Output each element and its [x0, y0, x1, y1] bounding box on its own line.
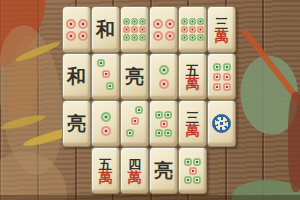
tile-he-r0c1[interactable]: 和: [91, 6, 120, 53]
green-dot: [155, 111, 163, 119]
tile-face: 三萬: [178, 100, 207, 147]
tile-5p-r3c4[interactable]: [178, 147, 207, 194]
dots-group: [101, 112, 111, 136]
dots-group: [184, 158, 201, 184]
tile-3p-r2c2[interactable]: [120, 100, 149, 147]
man-suit: 萬: [99, 170, 113, 184]
dot-row: [181, 18, 204, 25]
dot-row: [155, 111, 172, 119]
red-dot: [139, 26, 146, 33]
red-dot: [160, 120, 168, 128]
tile-face: [120, 100, 149, 147]
dots-group: [181, 18, 204, 41]
red-dot: [131, 26, 138, 33]
red-dot: [189, 26, 196, 33]
tile-6p-r1c5[interactable]: [207, 53, 236, 100]
green-dot: [193, 176, 201, 184]
dot-row: [123, 26, 146, 33]
tile-face: 三萬: [207, 6, 236, 53]
dot-row: [184, 158, 201, 166]
red-dot: [123, 26, 130, 33]
red-dot: [153, 19, 163, 29]
dots-group: [159, 65, 169, 89]
dots-group: [155, 111, 172, 137]
dot-row: [153, 31, 175, 41]
tile-liang-r2c0[interactable]: 亮: [62, 100, 91, 147]
tile-4p-r0c0[interactable]: [62, 6, 91, 53]
bottom-shadow-strip: [0, 195, 300, 200]
green-dot: [223, 63, 231, 71]
tile-face: [149, 6, 178, 53]
green-dot: [164, 129, 172, 137]
tile-character: 和: [96, 20, 115, 39]
dot-row: [101, 126, 111, 136]
red-dot: [197, 26, 204, 33]
tile-face: [91, 100, 120, 147]
dots-group: [123, 18, 146, 41]
diagonal-dots-group: [92, 54, 119, 99]
red-dot: [153, 31, 163, 41]
dot-row: [189, 167, 197, 175]
tile-2p-r1c3[interactable]: [149, 53, 178, 100]
tile-character: 亮: [154, 161, 173, 180]
man-tile-glyphs: 五萬: [99, 158, 113, 184]
dot-row: [123, 18, 146, 25]
tile-face: [91, 53, 120, 100]
tile-face: 和: [91, 6, 120, 53]
green-dot: [126, 129, 134, 137]
tile-9p-r0c4[interactable]: [178, 6, 207, 53]
green-dot: [193, 158, 201, 166]
dot-row: [66, 19, 88, 29]
tile-character: 和: [67, 67, 86, 86]
red-dot: [78, 19, 88, 29]
tile-4m-r3c2[interactable]: 四萬: [120, 147, 149, 194]
green-dot: [101, 112, 111, 122]
tile-character: 亮: [67, 114, 86, 133]
green-dot: [197, 34, 204, 41]
tile-face: [207, 53, 236, 100]
tile-liang-r3c3[interactable]: 亮: [149, 147, 178, 194]
red-dot: [213, 73, 221, 81]
tile-he-r1c0[interactable]: 和: [62, 53, 91, 100]
tile-3p-r1c1[interactable]: [91, 53, 120, 100]
tile-face: [62, 6, 91, 53]
green-dot: [97, 59, 105, 67]
red-dot: [102, 70, 110, 78]
tile-4p-r0c3[interactable]: [149, 6, 178, 53]
dots-group: [213, 63, 231, 91]
dot-row: [159, 79, 169, 89]
tile-face: [149, 100, 178, 147]
tile-3m-r0c5[interactable]: 三萬: [207, 6, 236, 53]
dot-row: [181, 26, 204, 33]
man-suit: 萬: [186, 76, 200, 90]
dots-group: [153, 19, 175, 41]
game-screen: 和三萬和亮五萬亮三萬五萬四萬亮: [0, 0, 300, 200]
green-dot: [123, 18, 130, 25]
green-dot: [159, 65, 169, 75]
tile-face: [178, 6, 207, 53]
man-suit: 萬: [186, 123, 200, 137]
tile-5m-r3c1[interactable]: 五萬: [91, 147, 120, 194]
man-suit: 萬: [128, 170, 142, 184]
red-dot: [101, 126, 111, 136]
green-dot: [123, 34, 130, 41]
green-dot: [139, 34, 146, 41]
tile-face: 和: [62, 53, 91, 100]
green-dot: [184, 176, 192, 184]
red-dot: [189, 167, 197, 175]
tile-9p-r0c2[interactable]: [120, 6, 149, 53]
tile-2p-r2c1[interactable]: [91, 100, 120, 147]
man-tile-glyphs: 五萬: [186, 64, 200, 90]
dot-row: [213, 83, 231, 91]
red-dot: [223, 73, 231, 81]
green-dot: [213, 63, 221, 71]
red-dot: [66, 19, 76, 29]
red-dot: [165, 31, 175, 41]
green-dot: [197, 18, 204, 25]
tile-face: 亮: [149, 147, 178, 194]
green-dot: [139, 18, 146, 25]
green-dot: [189, 18, 196, 25]
dot-row: [66, 31, 88, 41]
dot-row: [123, 34, 146, 41]
tile-face: [207, 100, 236, 147]
dot-row: [213, 63, 231, 71]
tile-face: [149, 53, 178, 100]
dot-row: [101, 112, 111, 122]
green-dot: [181, 34, 188, 41]
red-dot: [213, 83, 221, 91]
dots-group: [66, 19, 88, 41]
dot-row: [159, 65, 169, 75]
tile-character: 亮: [125, 67, 144, 86]
green-dot: [189, 34, 196, 41]
dot-row: [181, 34, 204, 41]
tile-face: [178, 147, 207, 194]
green-dot: [106, 82, 114, 90]
green-dot: [181, 18, 188, 25]
tile-liang-r1c2[interactable]: 亮: [120, 53, 149, 100]
tile-face: 四萬: [120, 147, 149, 194]
red-dot: [131, 117, 139, 125]
green-dot: [135, 106, 143, 114]
tile-1p-r2c5[interactable]: [207, 100, 236, 147]
tile-face: 五萬: [178, 53, 207, 100]
diagonal-dots-group: [121, 101, 148, 146]
man-tile-glyphs: 四萬: [128, 158, 142, 184]
green-dot: [164, 111, 172, 119]
dark-red-decoration: [288, 92, 300, 192]
tile-5m-r1c4[interactable]: 五萬: [178, 53, 207, 100]
green-dot: [131, 18, 138, 25]
tile-face: 亮: [120, 53, 149, 100]
blue-dot: [212, 114, 231, 133]
red-dot: [223, 83, 231, 91]
red-dot: [159, 79, 169, 89]
dot-row: [160, 120, 168, 128]
tile-5p-r2c3[interactable]: [149, 100, 178, 147]
green-dot: [155, 129, 163, 137]
red-dot: [165, 19, 175, 29]
red-dot: [181, 26, 188, 33]
dot-row: [155, 129, 172, 137]
tile-3m-r2c4[interactable]: 三萬: [178, 100, 207, 147]
mahjong-board: 和三萬和亮五萬亮三萬五萬四萬亮: [62, 6, 236, 194]
man-tile-glyphs: 三萬: [186, 111, 200, 137]
red-dot: [78, 31, 88, 41]
red-dot: [66, 31, 76, 41]
green-dot: [131, 34, 138, 41]
tile-face: [120, 6, 149, 53]
dot-row: [153, 19, 175, 29]
tile-face: 五萬: [91, 147, 120, 194]
green-dot: [184, 158, 192, 166]
dot-row: [184, 176, 201, 184]
dot-row: [213, 73, 231, 81]
man-suit: 萬: [215, 29, 229, 43]
tile-face: 亮: [62, 100, 91, 147]
man-tile-glyphs: 三萬: [215, 17, 229, 43]
